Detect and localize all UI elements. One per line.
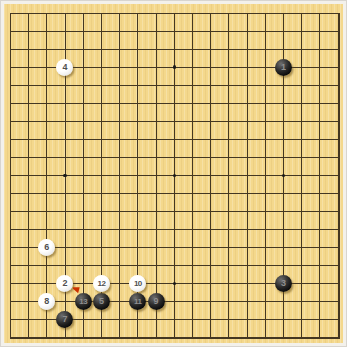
star-point xyxy=(173,282,177,286)
move-number: 7 xyxy=(62,315,67,324)
star-point xyxy=(173,65,177,69)
move-number: 4 xyxy=(62,63,67,72)
stone-white-H4: 10 xyxy=(129,275,146,292)
move-number: 2 xyxy=(62,279,67,288)
stone-black-J3: 9 xyxy=(148,293,165,310)
star-point xyxy=(282,174,286,178)
stone-black-Q4: 3 xyxy=(275,275,292,292)
move-number: 1 xyxy=(281,63,286,72)
move-number: 13 xyxy=(79,298,87,306)
stone-white-C3: 8 xyxy=(38,293,55,310)
stone-white-C6: 6 xyxy=(38,239,55,256)
move-number: 3 xyxy=(281,279,286,288)
board-grid[interactable]: 12345678910111213 xyxy=(1,4,347,347)
move-number: 11 xyxy=(134,298,141,306)
go-board[interactable]: 12345678910111213 xyxy=(4,4,343,343)
stone-black-D2: 7 xyxy=(56,311,73,328)
star-point xyxy=(63,174,67,178)
last-move-marker xyxy=(73,287,80,293)
stone-white-F4: 12 xyxy=(93,275,110,292)
stone-black-E3: 13 xyxy=(75,293,92,310)
stone-black-H3: 11 xyxy=(129,293,146,310)
stone-white-D16: 4 xyxy=(56,59,73,76)
star-point xyxy=(173,174,177,178)
move-number: 9 xyxy=(154,297,159,306)
move-number: 6 xyxy=(44,243,49,252)
move-number: 12 xyxy=(97,280,105,288)
stone-black-Q16: 1 xyxy=(275,59,292,76)
move-number: 5 xyxy=(99,297,104,306)
go-diagram-screenshot: 12345678910111213 xyxy=(0,0,347,347)
stone-white-D4: 2 xyxy=(56,275,73,292)
stone-black-F3: 5 xyxy=(93,293,110,310)
move-number: 8 xyxy=(44,297,49,306)
move-number: 10 xyxy=(134,280,142,288)
